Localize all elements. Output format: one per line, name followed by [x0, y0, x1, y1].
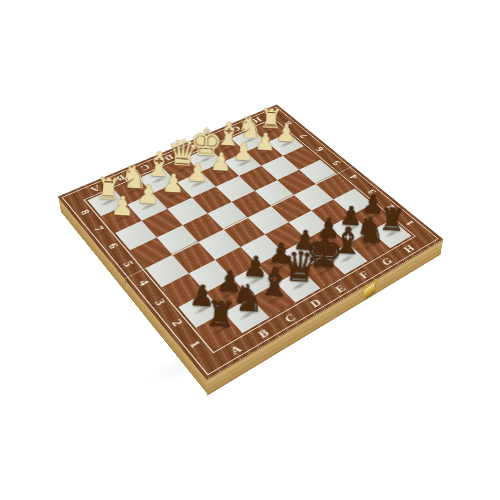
piece-shadow-d7	[187, 180, 205, 190]
piece-shadow-f7	[234, 159, 251, 168]
pieces: ♜♞♝♛♚♝♞♜♟♟♟♟♟♟♟♟♟♟♟♟♟♟♟♟♜♞♝♛♚♝♞♜	[87, 120, 411, 349]
square-d6	[192, 187, 232, 214]
square-f7	[224, 152, 262, 176]
scene: ABCDEFGH ABCDEFGH 87654321 87654321 ♜♞♝♛…	[0, 0, 500, 500]
piece-shadow-h8	[262, 127, 278, 135]
piece-shadow-f8	[219, 145, 236, 154]
square-e6	[216, 176, 255, 202]
pawn-glyph: ♟	[185, 160, 209, 185]
square-g5	[277, 170, 316, 195]
board-top: ABCDEFGH ABCDEFGH 87654321 87654321 ♜♞♝♛…	[57, 105, 443, 380]
square-e7	[201, 162, 239, 187]
piece-shadow-e7	[211, 169, 228, 178]
square-c7	[153, 182, 192, 209]
piece-shadow-e8	[196, 155, 213, 164]
piece-dark-rook-a1: ♜	[203, 263, 240, 332]
piece-shadow-g8	[241, 136, 257, 145]
square-e5	[232, 191, 272, 218]
piece-shadow-c7	[163, 190, 181, 200]
camera-tilt: ABCDEFGH ABCDEFGH 87654321 87654321 ♜♞♝♛…	[0, 0, 500, 500]
piece-light-pawn-a7: ♟	[107, 159, 140, 219]
pawn-glyph: ♟	[254, 131, 277, 155]
rank-label-left-8: 8	[66, 201, 103, 225]
square-g6	[261, 156, 299, 180]
square-f5	[255, 180, 294, 206]
piece-shadow-b7	[138, 202, 157, 212]
rook-glyph: ♜	[204, 297, 237, 332]
file-labels-far: ABCDEFGH	[78, 111, 273, 200]
piece-shadow-d8	[173, 165, 191, 174]
pawn-glyph: ♟	[232, 140, 255, 164]
square-d7	[177, 172, 216, 198]
piece-shadow-c8	[149, 175, 167, 185]
piece-shadow-h7	[277, 140, 293, 149]
chess-box: ABCDEFGH ABCDEFGH 87654321 87654321 ♜♞♝♛…	[57, 105, 443, 380]
pawn-glyph: ♟	[136, 182, 161, 208]
product-photo: ABCDEFGH ABCDEFGH 87654321 87654321 ♜♞♝♛…	[0, 0, 500, 500]
pawn-glyph: ♟	[110, 193, 135, 219]
pawn-glyph: ♟	[209, 150, 232, 175]
square-g7	[246, 142, 283, 165]
piece-shadow-g7	[256, 149, 273, 158]
square-f6	[239, 166, 277, 191]
pawn-glyph: ♟	[161, 171, 185, 196]
